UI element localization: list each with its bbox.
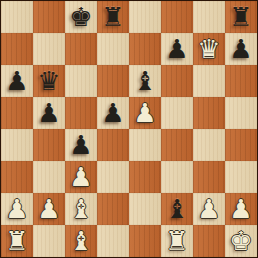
square-b1[interactable] xyxy=(33,225,65,257)
square-g8[interactable] xyxy=(193,1,225,33)
piece-white-rook[interactable]: ♜ xyxy=(165,225,188,257)
piece-white-bishop[interactable]: ♝ xyxy=(69,193,92,225)
square-b5[interactable]: ♟ xyxy=(33,97,65,129)
square-c1[interactable]: ♝ xyxy=(65,225,97,257)
piece-white-pawn[interactable]: ♟ xyxy=(133,97,156,129)
square-a5[interactable] xyxy=(1,97,33,129)
square-b2[interactable]: ♟ xyxy=(33,193,65,225)
square-a6[interactable]: ♟ xyxy=(1,65,33,97)
piece-black-king[interactable]: ♚ xyxy=(69,1,92,33)
square-g7[interactable]: ♛ xyxy=(193,33,225,65)
square-f5[interactable] xyxy=(161,97,193,129)
square-f1[interactable]: ♜ xyxy=(161,225,193,257)
square-b7[interactable] xyxy=(33,33,65,65)
square-h7[interactable]: ♟ xyxy=(225,33,257,65)
piece-black-pawn[interactable]: ♟ xyxy=(229,33,252,65)
square-f4[interactable] xyxy=(161,129,193,161)
square-e1[interactable] xyxy=(129,225,161,257)
square-d4[interactable] xyxy=(97,129,129,161)
square-e2[interactable] xyxy=(129,193,161,225)
piece-black-bishop[interactable]: ♝ xyxy=(133,65,156,97)
square-f6[interactable] xyxy=(161,65,193,97)
square-h4[interactable] xyxy=(225,129,257,161)
square-e4[interactable] xyxy=(129,129,161,161)
square-g3[interactable] xyxy=(193,161,225,193)
square-d2[interactable] xyxy=(97,193,129,225)
square-b6[interactable]: ♛ xyxy=(33,65,65,97)
square-c5[interactable] xyxy=(65,97,97,129)
square-a2[interactable]: ♟ xyxy=(1,193,33,225)
piece-white-queen[interactable]: ♛ xyxy=(197,33,220,65)
square-d7[interactable] xyxy=(97,33,129,65)
piece-white-rook[interactable]: ♜ xyxy=(5,225,28,257)
square-h5[interactable] xyxy=(225,97,257,129)
square-a1[interactable]: ♜ xyxy=(1,225,33,257)
square-d6[interactable] xyxy=(97,65,129,97)
square-g2[interactable]: ♟ xyxy=(193,193,225,225)
piece-white-pawn[interactable]: ♟ xyxy=(5,193,28,225)
square-h8[interactable]: ♜ xyxy=(225,1,257,33)
square-b4[interactable] xyxy=(33,129,65,161)
square-g5[interactable] xyxy=(193,97,225,129)
square-a3[interactable] xyxy=(1,161,33,193)
piece-white-king[interactable]: ♚ xyxy=(229,225,252,257)
square-a4[interactable] xyxy=(1,129,33,161)
square-e8[interactable] xyxy=(129,1,161,33)
piece-black-pawn[interactable]: ♟ xyxy=(165,33,188,65)
piece-white-pawn[interactable]: ♟ xyxy=(197,193,220,225)
square-g1[interactable] xyxy=(193,225,225,257)
square-e5[interactable]: ♟ xyxy=(129,97,161,129)
square-b3[interactable] xyxy=(33,161,65,193)
square-e3[interactable] xyxy=(129,161,161,193)
square-b8[interactable] xyxy=(33,1,65,33)
square-c7[interactable] xyxy=(65,33,97,65)
piece-white-pawn[interactable]: ♟ xyxy=(229,193,252,225)
square-c4[interactable]: ♟ xyxy=(65,129,97,161)
piece-black-bishop[interactable]: ♝ xyxy=(165,193,188,225)
square-g4[interactable] xyxy=(193,129,225,161)
square-c8[interactable]: ♚ xyxy=(65,1,97,33)
square-d1[interactable] xyxy=(97,225,129,257)
square-g6[interactable] xyxy=(193,65,225,97)
square-e7[interactable] xyxy=(129,33,161,65)
piece-black-pawn[interactable]: ♟ xyxy=(5,65,28,97)
square-d3[interactable] xyxy=(97,161,129,193)
square-f7[interactable]: ♟ xyxy=(161,33,193,65)
piece-black-rook[interactable]: ♜ xyxy=(229,1,252,33)
square-c2[interactable]: ♝ xyxy=(65,193,97,225)
square-f8[interactable] xyxy=(161,1,193,33)
square-h3[interactable] xyxy=(225,161,257,193)
square-d8[interactable]: ♜ xyxy=(97,1,129,33)
piece-white-bishop[interactable]: ♝ xyxy=(69,225,92,257)
square-h2[interactable]: ♟ xyxy=(225,193,257,225)
piece-black-pawn[interactable]: ♟ xyxy=(69,129,92,161)
piece-white-pawn[interactable]: ♟ xyxy=(69,161,92,193)
square-e6[interactable]: ♝ xyxy=(129,65,161,97)
square-d5[interactable]: ♟ xyxy=(97,97,129,129)
square-c3[interactable]: ♟ xyxy=(65,161,97,193)
piece-black-rook[interactable]: ♜ xyxy=(101,1,124,33)
square-h6[interactable] xyxy=(225,65,257,97)
square-f2[interactable]: ♝ xyxy=(161,193,193,225)
square-h1[interactable]: ♚ xyxy=(225,225,257,257)
piece-black-pawn[interactable]: ♟ xyxy=(101,97,124,129)
piece-black-queen[interactable]: ♛ xyxy=(37,65,60,97)
square-f3[interactable] xyxy=(161,161,193,193)
square-a7[interactable] xyxy=(1,33,33,65)
piece-white-pawn[interactable]: ♟ xyxy=(37,193,60,225)
square-c6[interactable] xyxy=(65,65,97,97)
chess-board: ♚♜♜♟♛♟♟♛♝♟♟♟♟♟♟♟♝♝♟♟♜♝♜♚ xyxy=(0,0,258,258)
piece-black-pawn[interactable]: ♟ xyxy=(37,97,60,129)
square-a8[interactable] xyxy=(1,1,33,33)
